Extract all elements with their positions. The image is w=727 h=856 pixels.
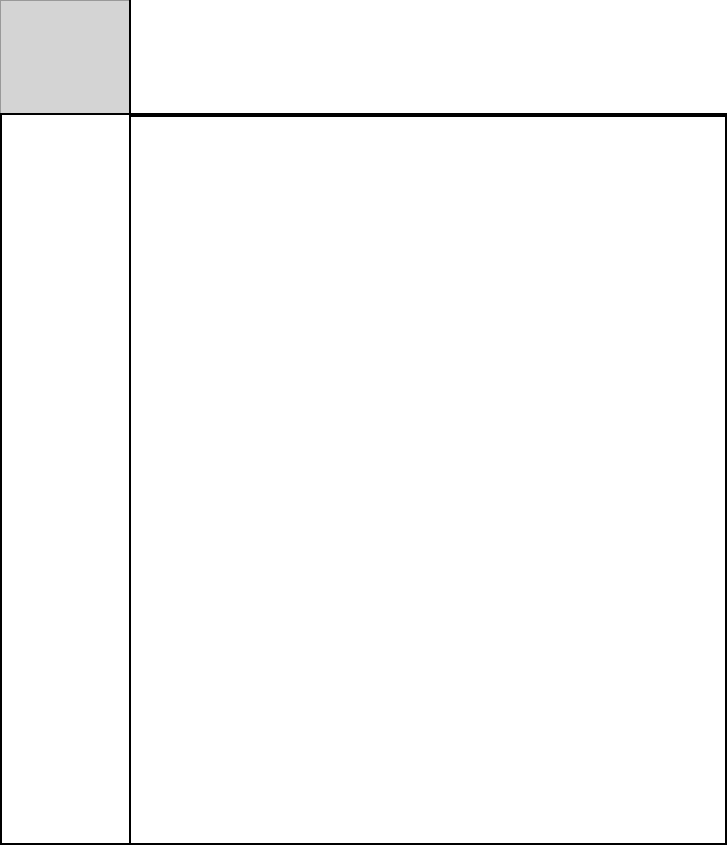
clue-board-divider bbox=[129, 0, 131, 845]
puzzle-board[interactable] bbox=[131, 115, 727, 847]
top-clues-area bbox=[131, 0, 727, 115]
nonogram-puzzle bbox=[0, 0, 727, 856]
corner-blank-area bbox=[0, 0, 131, 115]
left-clues-area bbox=[0, 115, 131, 845]
